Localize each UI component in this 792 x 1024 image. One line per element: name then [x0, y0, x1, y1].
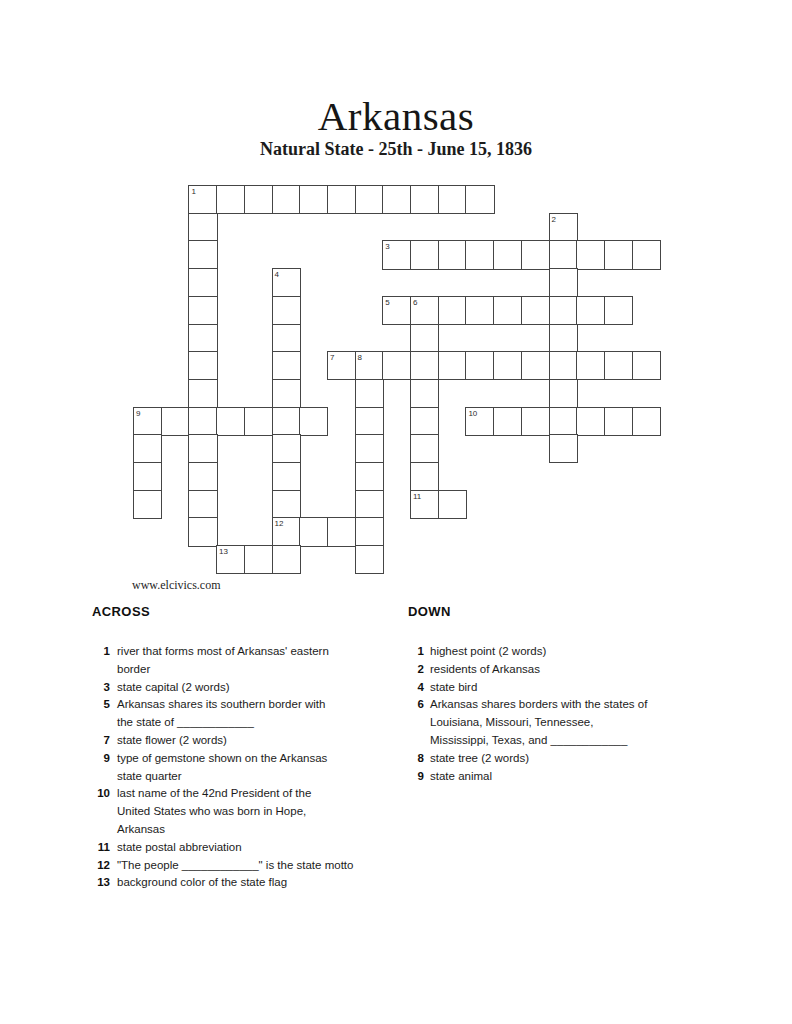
- across-clues-section: ACROSS 1river that forms most of Arkansa…: [92, 604, 398, 892]
- across-clue-12: 12"The people ____________" is the state…: [92, 857, 398, 875]
- down-clue-6: 6Arkansas shares borders with the states…: [408, 696, 728, 749]
- across-clue-7: 7state flower (2 words): [92, 732, 398, 750]
- across-clue-11-number: 11: [92, 839, 110, 857]
- cell-r6-c15[interactable]: [549, 351, 578, 380]
- down-clue-6-text: Arkansas shares borders with the states …: [430, 696, 647, 749]
- across-clue-5-text: Arkansas shares its southern border with…: [117, 696, 325, 732]
- grid-number-2: 2: [552, 216, 556, 224]
- down-clue-8: 8state tree (2 words): [408, 750, 728, 768]
- cell-r0-c5[interactable]: [272, 185, 301, 214]
- cell-r5-c15[interactable]: [549, 324, 578, 353]
- across-clue-5: 5Arkansas shares its southern border wit…: [92, 696, 398, 732]
- across-clue-9-text: type of gemstone shown on the Arkansasst…: [117, 750, 327, 786]
- cell-r2-c2[interactable]: [188, 240, 217, 269]
- cell-r4-c5[interactable]: [272, 296, 301, 325]
- across-clue-3-text: state capital (2 words): [117, 679, 230, 697]
- down-clue-4-number: 4: [408, 679, 424, 697]
- cell-r5-c2[interactable]: [188, 324, 217, 353]
- cell-r6-c14[interactable]: [521, 351, 550, 380]
- cell-r3-c15[interactable]: [549, 268, 578, 297]
- cell-r4-c17[interactable]: [604, 296, 633, 325]
- across-clue-13: 13background color of the state flag: [92, 874, 398, 892]
- cell-r9-c0[interactable]: [133, 434, 162, 463]
- across-clue-12-text: "The people ____________" is the state m…: [117, 857, 353, 875]
- cell-r4-c16[interactable]: [576, 296, 605, 325]
- down-clue-2: 2residents of Arkansas: [408, 661, 728, 679]
- grid-number-8: 8: [358, 354, 362, 362]
- cell-r3-c2[interactable]: [188, 268, 217, 297]
- cell-r7-c15[interactable]: [549, 379, 578, 408]
- cell-r7-c8[interactable]: [355, 379, 384, 408]
- watermark-url: www.elcivics.com: [132, 578, 221, 593]
- page-subtitle: Natural State - 25th - June 15, 1836: [0, 139, 792, 160]
- cell-r1-c2[interactable]: [188, 213, 217, 242]
- across-clue-list: 1river that forms most of Arkansas' east…: [92, 643, 398, 892]
- cell-r9-c8[interactable]: [355, 434, 384, 463]
- down-clue-9-number: 9: [408, 768, 424, 786]
- cell-r0-c7[interactable]: [327, 185, 356, 214]
- across-clue-9: 9type of gemstone shown on the Arkansass…: [92, 750, 398, 786]
- cell-r11-c11[interactable]: [438, 490, 467, 519]
- cell-r0-c9[interactable]: [382, 185, 411, 214]
- cell-r8-c17[interactable]: [604, 407, 633, 436]
- cell-r2-c17[interactable]: [604, 240, 633, 269]
- down-clue-1: 1highest point (2 words): [408, 643, 728, 661]
- cell-r2-c14[interactable]: [521, 240, 550, 269]
- cell-r8-c13[interactable]: [493, 407, 522, 436]
- across-clue-10: 10last name of the 42nd President of the…: [92, 785, 398, 838]
- cell-r8-c16[interactable]: [576, 407, 605, 436]
- grid-number-13: 13: [219, 548, 228, 556]
- cell-r9-c10[interactable]: [410, 434, 439, 463]
- worksheet-page: Arkansas Natural State - 25th - June 15,…: [0, 0, 792, 1024]
- across-clue-3-number: 3: [92, 679, 110, 697]
- down-clue-list: 1highest point (2 words)2residents of Ar…: [408, 643, 728, 785]
- across-clue-12-number: 12: [92, 857, 110, 875]
- cell-r12-c2[interactable]: [188, 517, 217, 546]
- grid-number-12: 12: [275, 520, 284, 528]
- cell-r8-c15[interactable]: [549, 407, 578, 436]
- across-clue-10-number: 10: [92, 785, 110, 803]
- cell-r13-c5[interactable]: [272, 545, 301, 574]
- cell-r2-c11[interactable]: [438, 240, 467, 269]
- cell-r6-c11[interactable]: [438, 351, 467, 380]
- down-clue-1-number: 1: [408, 643, 424, 661]
- cell-r10-c8[interactable]: [355, 462, 384, 491]
- down-clue-9: 9state animal: [408, 768, 728, 786]
- cell-r0-c12[interactable]: [465, 185, 494, 214]
- cell-r8-c10[interactable]: [410, 407, 439, 436]
- cell-r9-c2[interactable]: [188, 434, 217, 463]
- across-clue-11-text: state postal abbreviation: [117, 839, 242, 857]
- grid-number-1: 1: [191, 188, 195, 196]
- cell-r2-c12[interactable]: [465, 240, 494, 269]
- across-clue-9-number: 9: [92, 750, 110, 768]
- across-clue-5-number: 5: [92, 696, 110, 714]
- down-clue-6-number: 6: [408, 696, 424, 714]
- across-clue-7-number: 7: [92, 732, 110, 750]
- cell-r6-c10[interactable]: [410, 351, 439, 380]
- page-title: Arkansas: [0, 92, 792, 140]
- cell-r0-c11[interactable]: [438, 185, 467, 214]
- grid-number-5: 5: [385, 299, 389, 307]
- across-clue-1-number: 1: [92, 643, 110, 661]
- cell-r8-c5[interactable]: [272, 407, 301, 436]
- cell-r6-c13[interactable]: [493, 351, 522, 380]
- cell-r4-c15[interactable]: [549, 296, 578, 325]
- cell-r4-c12[interactable]: [465, 296, 494, 325]
- cell-r11-c0[interactable]: [133, 490, 162, 519]
- cell-r6-c16[interactable]: [576, 351, 605, 380]
- cell-r10-c0[interactable]: [133, 462, 162, 491]
- across-clue-3: 3state capital (2 words): [92, 679, 398, 697]
- cell-r7-c5[interactable]: [272, 379, 301, 408]
- grid-number-11: 11: [413, 493, 421, 501]
- cell-r8-c4[interactable]: [244, 407, 273, 436]
- cell-r5-c5[interactable]: [272, 324, 301, 353]
- cell-r10-c5[interactable]: [272, 462, 301, 491]
- across-clue-7-text: state flower (2 words): [117, 732, 227, 750]
- down-clue-1-text: highest point (2 words): [430, 643, 546, 661]
- cell-r8-c6[interactable]: [299, 407, 328, 436]
- cell-r8-c14[interactable]: [521, 407, 550, 436]
- cell-r8-c2[interactable]: [188, 407, 217, 436]
- cell-r8-c1[interactable]: [161, 407, 190, 436]
- cell-r0-c6[interactable]: [299, 185, 328, 214]
- cell-r6-c5[interactable]: [272, 351, 301, 380]
- down-clue-9-text: state animal: [430, 768, 492, 786]
- cell-r5-c10[interactable]: [410, 324, 439, 353]
- cell-r11-c5[interactable]: [272, 490, 301, 519]
- cell-r7-c2[interactable]: [188, 379, 217, 408]
- cell-r6-c9[interactable]: [382, 351, 411, 380]
- grid-number-6: 6: [413, 299, 417, 307]
- down-clue-2-text: residents of Arkansas: [430, 661, 540, 679]
- across-clue-1: 1river that forms most of Arkansas' east…: [92, 643, 398, 679]
- across-clue-1-text: river that forms most of Arkansas' easte…: [117, 643, 329, 679]
- cell-r7-c10[interactable]: [410, 379, 439, 408]
- grid-number-9: 9: [136, 410, 140, 418]
- grid-number-3: 3: [385, 243, 389, 251]
- cell-r0-c3[interactable]: [216, 185, 245, 214]
- cell-r9-c15[interactable]: [549, 434, 578, 463]
- cell-r2-c13[interactable]: [493, 240, 522, 269]
- down-clues-section: DOWN 1highest point (2 words)2residents …: [408, 604, 728, 785]
- cell-r12-c8[interactable]: [355, 517, 384, 546]
- across-clue-13-number: 13: [92, 874, 110, 892]
- cell-r6-c12[interactable]: [465, 351, 494, 380]
- grid-number-7: 7: [330, 354, 334, 362]
- cell-r6-c17[interactable]: [604, 351, 633, 380]
- crossword-grid: 12345678910111213: [133, 185, 661, 575]
- down-clue-4: 4state bird: [408, 679, 728, 697]
- cell-r10-c2[interactable]: [188, 462, 217, 491]
- down-clue-2-number: 2: [408, 661, 424, 679]
- across-clue-13-text: background color of the state flag: [117, 874, 287, 892]
- cell-r2-c15[interactable]: [549, 240, 578, 269]
- cell-r9-c5[interactable]: [272, 434, 301, 463]
- cell-r0-c10[interactable]: [410, 185, 439, 214]
- cell-r0-c4[interactable]: [244, 185, 273, 214]
- grid-number-10: 10: [468, 410, 477, 418]
- across-clue-11: 11state postal abbreviation: [92, 839, 398, 857]
- cell-r13-c8[interactable]: [355, 545, 384, 574]
- cell-r11-c8[interactable]: [355, 490, 384, 519]
- down-clue-8-number: 8: [408, 750, 424, 768]
- cell-r2-c16[interactable]: [576, 240, 605, 269]
- cell-r4-c14[interactable]: [521, 296, 550, 325]
- cell-r11-c2[interactable]: [188, 490, 217, 519]
- across-header: ACROSS: [92, 604, 398, 619]
- cell-r10-c10[interactable]: [410, 462, 439, 491]
- cell-r8-c3[interactable]: [216, 407, 245, 436]
- cell-r6-c2[interactable]: [188, 351, 217, 380]
- cell-r8-c8[interactable]: [355, 407, 384, 436]
- cell-r6-c18[interactable]: [632, 351, 661, 380]
- down-header: DOWN: [408, 604, 728, 619]
- down-clue-8-text: state tree (2 words): [430, 750, 529, 768]
- cell-r8-c18[interactable]: [632, 407, 661, 436]
- cell-r2-c18[interactable]: [632, 240, 661, 269]
- cell-r13-c4[interactable]: [244, 545, 273, 574]
- cell-r4-c13[interactable]: [493, 296, 522, 325]
- cell-r4-c11[interactable]: [438, 296, 467, 325]
- cell-r12-c7[interactable]: [327, 517, 356, 546]
- grid-number-4: 4: [275, 271, 279, 279]
- cell-r2-c10[interactable]: [410, 240, 439, 269]
- cell-r0-c8[interactable]: [355, 185, 384, 214]
- down-clue-4-text: state bird: [430, 679, 477, 697]
- cell-r4-c2[interactable]: [188, 296, 217, 325]
- cell-r12-c6[interactable]: [299, 517, 328, 546]
- across-clue-10-text: last name of the 42nd President of theUn…: [117, 785, 311, 838]
